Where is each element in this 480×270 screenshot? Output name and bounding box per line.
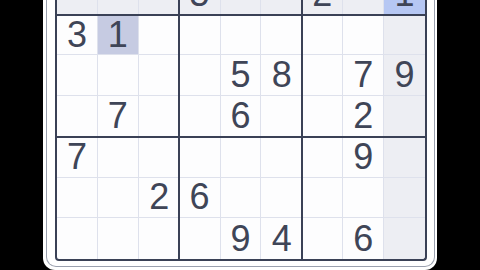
cell-r3c1[interactable]: 1 — [98, 15, 139, 56]
cell-r5c0[interactable] — [57, 96, 98, 137]
cell-r4c1[interactable] — [98, 55, 139, 96]
digit: 7 — [353, 57, 373, 93]
cell-r2c2[interactable] — [139, 0, 180, 15]
cell-r6c5[interactable] — [261, 137, 302, 178]
cell-r3c2[interactable] — [139, 15, 180, 56]
cell-r8c1[interactable] — [98, 218, 139, 259]
cell-r3c6[interactable] — [302, 15, 343, 56]
cell-r2c5[interactable] — [261, 0, 302, 15]
cell-r6c8[interactable] — [384, 137, 425, 178]
digit: 2 — [149, 179, 169, 215]
sudoku-grid: 5213158797627926946 — [57, 0, 425, 259]
digit: 3 — [67, 17, 87, 53]
digit: 6 — [190, 179, 210, 215]
cell-r7c3[interactable]: 6 — [180, 178, 221, 219]
sudoku-board: 5213158797627926946 — [57, 0, 425, 259]
cell-r7c5[interactable] — [261, 178, 302, 219]
cell-r7c8[interactable] — [384, 178, 425, 219]
cell-r8c2[interactable] — [139, 218, 180, 259]
cell-r8c4[interactable]: 9 — [221, 218, 262, 259]
cell-r7c0[interactable] — [57, 178, 98, 219]
cell-r5c8[interactable] — [384, 96, 425, 137]
digit: 1 — [395, 0, 415, 12]
cell-r4c3[interactable] — [180, 55, 221, 96]
cell-r3c8[interactable] — [384, 15, 425, 56]
cell-r3c7[interactable] — [343, 15, 384, 56]
digit: 1 — [108, 17, 128, 53]
cell-r3c5[interactable] — [261, 15, 302, 56]
digit: 6 — [353, 221, 373, 257]
cell-r8c7[interactable]: 6 — [343, 218, 384, 259]
cell-r5c1[interactable]: 7 — [98, 96, 139, 137]
cell-r5c2[interactable] — [139, 96, 180, 137]
digit: 2 — [312, 0, 332, 12]
digit: 6 — [230, 98, 250, 134]
cell-r4c2[interactable] — [139, 55, 180, 96]
cell-r5c6[interactable] — [302, 96, 343, 137]
digit: 8 — [272, 57, 292, 93]
cell-r8c3[interactable] — [180, 218, 221, 259]
cell-r2c1[interactable] — [98, 0, 139, 15]
cell-r7c6[interactable] — [302, 178, 343, 219]
cell-r3c0[interactable]: 3 — [57, 15, 98, 56]
cell-r6c1[interactable] — [98, 137, 139, 178]
digit: 7 — [67, 139, 87, 175]
cell-r4c8[interactable]: 9 — [384, 55, 425, 96]
cell-r6c2[interactable] — [139, 137, 180, 178]
cell-r2c6[interactable]: 2 — [302, 0, 343, 15]
cell-r4c6[interactable] — [302, 55, 343, 96]
cell-r5c7[interactable]: 2 — [343, 96, 384, 137]
cell-r7c2[interactable]: 2 — [139, 178, 180, 219]
digit: 9 — [353, 139, 373, 175]
cell-r2c0[interactable] — [57, 0, 98, 15]
cell-r7c4[interactable] — [221, 178, 262, 219]
cell-r3c4[interactable] — [221, 15, 262, 56]
cell-r3c3[interactable] — [180, 15, 221, 56]
letterbox-left — [0, 0, 43, 270]
cell-r2c3[interactable]: 5 — [180, 0, 221, 15]
cell-r2c4[interactable] — [221, 0, 262, 15]
cell-r7c7[interactable] — [343, 178, 384, 219]
cell-r5c5[interactable] — [261, 96, 302, 137]
digit: 9 — [395, 57, 415, 93]
cell-r4c5[interactable]: 8 — [261, 55, 302, 96]
cell-r6c7[interactable]: 9 — [343, 137, 384, 178]
cell-r8c5[interactable]: 4 — [261, 218, 302, 259]
cell-r4c7[interactable]: 7 — [343, 55, 384, 96]
cell-r8c6[interactable] — [302, 218, 343, 259]
digit: 5 — [190, 0, 210, 12]
cell-r5c4[interactable]: 6 — [221, 96, 262, 137]
digit: 4 — [272, 221, 292, 257]
cell-r8c0[interactable] — [57, 218, 98, 259]
digit: 7 — [108, 98, 128, 134]
digit: 2 — [353, 98, 373, 134]
cell-r6c6[interactable] — [302, 137, 343, 178]
digit: 5 — [230, 57, 250, 93]
cell-r6c3[interactable] — [180, 137, 221, 178]
cell-r5c3[interactable] — [180, 96, 221, 137]
cell-r4c0[interactable] — [57, 55, 98, 96]
digit: 9 — [230, 221, 250, 257]
cell-r4c4[interactable]: 5 — [221, 55, 262, 96]
cell-r2c7[interactable] — [343, 0, 384, 15]
cell-r6c4[interactable] — [221, 137, 262, 178]
letterbox-right — [437, 0, 480, 270]
cell-r8c8[interactable] — [384, 218, 425, 259]
cell-r6c0[interactable]: 7 — [57, 137, 98, 178]
cell-r7c1[interactable] — [98, 178, 139, 219]
cell-r2c8[interactable]: 1 — [384, 0, 425, 15]
